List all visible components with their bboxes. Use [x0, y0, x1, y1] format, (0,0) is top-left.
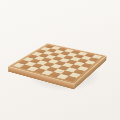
white-rook-glyph: ♜ [62, 66, 80, 79]
chess-set-photo: ♜♞♝♛♚♝♞♜♟♟♟♟♟♟♟♟♟♟♟♟♟♟♟♟♜♞♝♛♚♝♞♜ [0, 0, 120, 120]
chess-board: ♜♞♝♛♚♝♞♜♟♟♟♟♟♟♟♟♟♟♟♟♟♟♟♟♜♞♝♛♚♝♞♜ [8, 43, 107, 84]
black-pawn-glyph: ♟ [86, 50, 102, 60]
